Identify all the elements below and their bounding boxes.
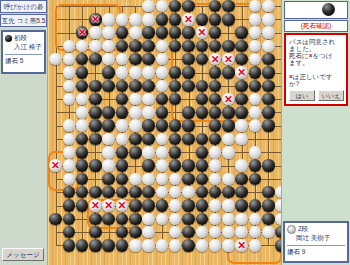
- black-stone[interactable]: [89, 186, 102, 199]
- white-stone[interactable]: [249, 146, 262, 159]
- white-stone[interactable]: [169, 239, 182, 252]
- white-stone[interactable]: [116, 133, 129, 146]
- white-stone[interactable]: [262, 40, 275, 53]
- white-stone[interactable]: [262, 226, 275, 239]
- white-stone[interactable]: [76, 119, 89, 132]
- black-stone[interactable]: [116, 40, 129, 53]
- yes-button[interactable]: はい: [289, 90, 315, 101]
- black-stone[interactable]: [209, 106, 222, 119]
- black-stone[interactable]: [235, 173, 248, 186]
- white-stone[interactable]: [169, 226, 182, 239]
- white-stone[interactable]: [156, 173, 169, 186]
- black-stone[interactable]: [196, 133, 209, 146]
- black-stone[interactable]: [129, 226, 142, 239]
- black-stone[interactable]: [102, 213, 115, 226]
- dead-stone-x-mark: ✕: [76, 26, 89, 39]
- white-stone[interactable]: [142, 173, 155, 186]
- go-app: ✕✕✕✕✕✕✕✕✕✕✕✕✕ 呼びかけの碁 互先 コミ黒5.5 初段 入江 裕子 …: [0, 0, 350, 265]
- black-stone[interactable]: [129, 199, 142, 212]
- white-stone[interactable]: [169, 173, 182, 186]
- black-stone[interactable]: [222, 66, 235, 79]
- white-stone[interactable]: [156, 66, 169, 79]
- white-stone[interactable]: [142, 66, 155, 79]
- white-stone[interactable]: [209, 173, 222, 186]
- black-stone[interactable]: [262, 119, 275, 132]
- white-stone[interactable]: [129, 239, 142, 252]
- black-stone[interactable]: [129, 133, 142, 146]
- black-stone[interactable]: [89, 106, 102, 119]
- dead-stone-x-mark: ✕: [102, 199, 115, 212]
- white-stone[interactable]: [116, 66, 129, 79]
- black-stone[interactable]: [102, 119, 115, 132]
- black-stone[interactable]: [222, 13, 235, 26]
- black-stone[interactable]: [89, 93, 102, 106]
- black-stone[interactable]: [129, 40, 142, 53]
- white-stone[interactable]: [222, 239, 235, 252]
- black-stone[interactable]: [169, 133, 182, 146]
- dead-stone-x-mark: ✕: [89, 199, 102, 212]
- white-stone[interactable]: [129, 66, 142, 79]
- white-stone[interactable]: [142, 0, 155, 12]
- white-stone[interactable]: [222, 226, 235, 239]
- black-stone[interactable]: [89, 239, 102, 252]
- white-stone[interactable]: [156, 133, 169, 146]
- black-stone[interactable]: ✕: [76, 26, 89, 39]
- white-stone[interactable]: [222, 199, 235, 212]
- white-player-name: 岡辻 美樹子: [287, 233, 345, 242]
- black-stone[interactable]: [222, 106, 235, 119]
- black-stone[interactable]: [196, 213, 209, 226]
- white-stone[interactable]: [142, 93, 155, 106]
- white-stone[interactable]: [249, 13, 262, 26]
- status-label: (死石確認): [284, 20, 348, 32]
- white-stone[interactable]: [209, 199, 222, 212]
- black-stone[interactable]: [142, 186, 155, 199]
- white-stone[interactable]: [156, 159, 169, 172]
- white-stone[interactable]: [156, 239, 169, 252]
- white-stone[interactable]: [102, 53, 115, 66]
- white-stone[interactable]: [235, 213, 248, 226]
- black-stone[interactable]: [249, 80, 262, 93]
- dead-stone-dialog: パスは同意されました。死石に×をつけます。×は正しいですか? はい いいえ: [284, 33, 348, 106]
- black-stone[interactable]: [156, 106, 169, 119]
- black-stone[interactable]: [63, 226, 76, 239]
- black-stone[interactable]: [116, 146, 129, 159]
- black-stone[interactable]: [182, 213, 195, 226]
- black-stone[interactable]: [142, 40, 155, 53]
- white-stone[interactable]: [249, 119, 262, 132]
- black-stone[interactable]: [262, 93, 275, 106]
- black-stone[interactable]: [196, 146, 209, 159]
- white-stone[interactable]: [102, 40, 115, 53]
- white-stone[interactable]: [249, 40, 262, 53]
- black-stone[interactable]: [196, 106, 209, 119]
- white-stone[interactable]: [129, 119, 142, 132]
- white-stone[interactable]: [182, 186, 195, 199]
- black-stone[interactable]: [156, 26, 169, 39]
- white-stone[interactable]: [209, 159, 222, 172]
- black-stone[interactable]: [63, 239, 76, 252]
- black-stone-icon: [322, 3, 335, 16]
- white-stone[interactable]: [89, 40, 102, 53]
- black-stone[interactable]: [235, 199, 248, 212]
- black-player-name: 入江 裕子: [5, 42, 42, 51]
- black-stone[interactable]: [169, 119, 182, 132]
- black-stone[interactable]: [89, 119, 102, 132]
- white-stone[interactable]: ✕: [222, 53, 235, 66]
- white-stone[interactable]: [156, 186, 169, 199]
- white-stone[interactable]: [102, 159, 115, 172]
- white-stone[interactable]: [63, 93, 76, 106]
- white-stone[interactable]: [249, 0, 262, 12]
- black-stone[interactable]: [89, 80, 102, 93]
- black-player-box: 初段 入江 裕子 揚石 5: [1, 30, 46, 74]
- black-stone[interactable]: [116, 226, 129, 239]
- black-stone[interactable]: [142, 119, 155, 132]
- white-stone[interactable]: ✕: [182, 13, 195, 26]
- black-stone[interactable]: [129, 80, 142, 93]
- black-stone[interactable]: [76, 66, 89, 79]
- black-stone[interactable]: [222, 186, 235, 199]
- dead-stone-x-mark: ✕: [89, 13, 102, 26]
- game-rules: 互先 コミ黒5.5: [0, 14, 47, 27]
- right-panel: (死石確認) パスは同意されました。死石に×をつけます。×は正しいですか? はい…: [281, 0, 350, 265]
- black-stone[interactable]: [235, 26, 248, 39]
- black-stone[interactable]: [249, 173, 262, 186]
- white-stone[interactable]: [249, 93, 262, 106]
- white-stone[interactable]: [89, 26, 102, 39]
- white-stone[interactable]: [209, 146, 222, 159]
- black-stone[interactable]: [262, 53, 275, 66]
- white-stone[interactable]: [156, 40, 169, 53]
- white-stone[interactable]: [63, 53, 76, 66]
- black-stone[interactable]: [156, 13, 169, 26]
- white-stone[interactable]: [156, 53, 169, 66]
- dead-stone-x-mark: ✕: [116, 199, 129, 212]
- black-stone[interactable]: [76, 146, 89, 159]
- black-stone[interactable]: [76, 199, 89, 212]
- black-stone[interactable]: [129, 186, 142, 199]
- black-stone[interactable]: [76, 239, 89, 252]
- dead-stone-x-mark: ✕: [196, 26, 209, 39]
- white-stone[interactable]: [169, 186, 182, 199]
- dialog-text: パスは同意されました。死石に×をつけます。×は正しいですか?: [289, 38, 344, 87]
- black-stone[interactable]: [209, 13, 222, 26]
- black-stone[interactable]: [182, 66, 195, 79]
- black-stone[interactable]: [209, 66, 222, 79]
- no-button[interactable]: いいえ: [318, 90, 344, 101]
- black-stone[interactable]: [182, 119, 195, 132]
- black-stone[interactable]: [182, 106, 195, 119]
- white-stone[interactable]: ✕: [235, 239, 248, 252]
- white-stone[interactable]: [116, 53, 129, 66]
- dead-stone-x-mark: ✕: [49, 159, 62, 172]
- white-player-box: 2段 岡辻 美樹子 揚石 9: [283, 221, 349, 263]
- white-stone[interactable]: [142, 213, 155, 226]
- black-stone[interactable]: [169, 146, 182, 159]
- black-stone[interactable]: [249, 159, 262, 172]
- white-stone[interactable]: [169, 199, 182, 212]
- black-stone[interactable]: [182, 239, 195, 252]
- white-stone[interactable]: [209, 213, 222, 226]
- black-stone[interactable]: [116, 173, 129, 186]
- black-stone[interactable]: [262, 66, 275, 79]
- black-stone[interactable]: [76, 186, 89, 199]
- black-stone[interactable]: [76, 133, 89, 146]
- black-stone[interactable]: [169, 159, 182, 172]
- white-stone[interactable]: [235, 159, 248, 172]
- black-stone[interactable]: [129, 53, 142, 66]
- black-stone[interactable]: [182, 226, 195, 239]
- black-stone[interactable]: [262, 199, 275, 212]
- white-stone[interactable]: [262, 0, 275, 12]
- white-stone[interactable]: [49, 53, 62, 66]
- black-stone[interactable]: [222, 40, 235, 53]
- black-stone[interactable]: [63, 186, 76, 199]
- dead-stone-x-mark: ✕: [222, 53, 235, 66]
- black-stone[interactable]: [89, 213, 102, 226]
- black-stone[interactable]: [182, 199, 195, 212]
- black-stone[interactable]: [116, 186, 129, 199]
- white-stone[interactable]: [222, 173, 235, 186]
- black-stone[interactable]: [76, 53, 89, 66]
- black-stone[interactable]: [142, 26, 155, 39]
- white-stone[interactable]: ✕: [102, 199, 115, 212]
- black-stone[interactable]: [235, 80, 248, 93]
- dead-stone-x-mark: ✕: [235, 239, 248, 252]
- white-stone[interactable]: [196, 239, 209, 252]
- white-stone[interactable]: [196, 226, 209, 239]
- black-stone[interactable]: [196, 13, 209, 26]
- white-stone[interactable]: [262, 13, 275, 26]
- white-stone[interactable]: [156, 80, 169, 93]
- dead-stone-x-mark: ✕: [209, 53, 222, 66]
- black-stone[interactable]: [76, 159, 89, 172]
- black-stone[interactable]: [196, 159, 209, 172]
- black-stone[interactable]: [222, 119, 235, 132]
- white-stone[interactable]: [142, 146, 155, 159]
- red-x-glyph: ×: [289, 73, 293, 80]
- black-stone[interactable]: [196, 80, 209, 93]
- black-stone[interactable]: [235, 186, 248, 199]
- black-stone[interactable]: [182, 159, 195, 172]
- black-stone[interactable]: [235, 40, 248, 53]
- white-stone[interactable]: [63, 146, 76, 159]
- white-stone[interactable]: [156, 146, 169, 159]
- white-stone[interactable]: [102, 13, 115, 26]
- white-stone[interactable]: [222, 133, 235, 146]
- black-stone[interactable]: [76, 80, 89, 93]
- white-stone[interactable]: ✕: [89, 199, 102, 212]
- white-stone[interactable]: ✕: [222, 93, 235, 106]
- black-stone[interactable]: [76, 173, 89, 186]
- white-stone[interactable]: [222, 213, 235, 226]
- dead-stone-x-mark: ✕: [182, 13, 195, 26]
- white-stone[interactable]: [102, 146, 115, 159]
- black-stone[interactable]: [156, 93, 169, 106]
- white-stone[interactable]: [222, 146, 235, 159]
- white-stone[interactable]: [102, 26, 115, 39]
- divider: [287, 245, 345, 246]
- black-stone[interactable]: [209, 119, 222, 132]
- black-stone[interactable]: [102, 186, 115, 199]
- game-title: 呼びかけの碁: [0, 0, 47, 13]
- black-stone[interactable]: [89, 133, 102, 146]
- black-stone[interactable]: [116, 26, 129, 39]
- white-stone[interactable]: [63, 66, 76, 79]
- black-stone[interactable]: [116, 80, 129, 93]
- black-stone[interactable]: [262, 186, 275, 199]
- black-stone[interactable]: [196, 199, 209, 212]
- white-stone[interactable]: ✕: [116, 199, 129, 212]
- black-stone[interactable]: [182, 40, 195, 53]
- white-stone[interactable]: [102, 133, 115, 146]
- black-stone[interactable]: [89, 226, 102, 239]
- black-stone[interactable]: [63, 199, 76, 212]
- black-stone[interactable]: ✕: [89, 13, 102, 26]
- black-stone[interactable]: [156, 119, 169, 132]
- white-stone[interactable]: [249, 213, 262, 226]
- white-captures-count: 9: [302, 248, 306, 255]
- black-stone[interactable]: [63, 213, 76, 226]
- white-stone[interactable]: [116, 13, 129, 26]
- black-stone[interactable]: [142, 133, 155, 146]
- black-stone[interactable]: [262, 106, 275, 119]
- white-stone[interactable]: [129, 93, 142, 106]
- black-stone[interactable]: [196, 173, 209, 186]
- black-stone[interactable]: [129, 213, 142, 226]
- white-stone[interactable]: [249, 106, 262, 119]
- red-x-glyph: ×: [309, 52, 313, 59]
- white-stone[interactable]: [63, 133, 76, 146]
- black-stone[interactable]: [142, 53, 155, 66]
- black-stone[interactable]: [89, 53, 102, 66]
- black-captures-label: 揚石: [5, 57, 18, 64]
- black-captures-count: 5: [20, 57, 24, 64]
- white-stone[interactable]: [249, 53, 262, 66]
- turn-indicator: [284, 1, 348, 19]
- message-button[interactable]: メッセージ: [2, 248, 44, 261]
- black-stone[interactable]: [182, 0, 195, 12]
- black-stone[interactable]: [89, 159, 102, 172]
- black-stone[interactable]: [235, 106, 248, 119]
- black-stone[interactable]: [102, 173, 115, 186]
- black-stone[interactable]: [142, 159, 155, 172]
- white-stone[interactable]: [156, 0, 169, 12]
- white-stone[interactable]: [129, 173, 142, 186]
- black-stone[interactable]: [182, 80, 195, 93]
- white-stone[interactable]: [76, 106, 89, 119]
- white-stone[interactable]: [209, 226, 222, 239]
- black-stone[interactable]: [116, 239, 129, 252]
- white-stone[interactable]: ✕: [235, 66, 248, 79]
- white-stone[interactable]: [63, 159, 76, 172]
- black-stone[interactable]: [262, 213, 275, 226]
- white-stone[interactable]: [142, 13, 155, 26]
- black-stone[interactable]: [129, 146, 142, 159]
- white-stone[interactable]: [235, 133, 248, 146]
- white-stone-icon: [287, 225, 296, 234]
- black-stone[interactable]: [262, 80, 275, 93]
- black-stone[interactable]: [49, 213, 62, 226]
- white-stone[interactable]: [142, 239, 155, 252]
- white-stone[interactable]: [63, 80, 76, 93]
- black-stone[interactable]: [142, 80, 155, 93]
- black-stone[interactable]: [102, 106, 115, 119]
- white-stone[interactable]: [129, 13, 142, 26]
- white-stone[interactable]: [63, 119, 76, 132]
- black-stone-icon: [5, 35, 12, 42]
- dead-stone-x-mark: ✕: [235, 66, 248, 79]
- black-stone[interactable]: [222, 0, 235, 12]
- white-stone[interactable]: [116, 119, 129, 132]
- white-stone[interactable]: ✕: [196, 26, 209, 39]
- white-stone[interactable]: [129, 26, 142, 39]
- white-stone[interactable]: ✕: [49, 159, 62, 172]
- white-captures-label: 揚石: [287, 248, 300, 255]
- black-stone[interactable]: [102, 239, 115, 252]
- white-stone[interactable]: [129, 106, 142, 119]
- divider: [5, 54, 42, 55]
- black-stone[interactable]: [169, 13, 182, 26]
- white-stone[interactable]: [142, 226, 155, 239]
- black-stone[interactable]: [209, 133, 222, 146]
- black-stone[interactable]: [102, 80, 115, 93]
- white-stone[interactable]: [142, 106, 155, 119]
- left-panel: 呼びかけの碁 互先 コミ黒5.5 初段 入江 裕子 揚石 5 メッセージ: [0, 0, 48, 265]
- black-stone[interactable]: [209, 186, 222, 199]
- black-stone[interactable]: [156, 199, 169, 212]
- white-stone[interactable]: [76, 93, 89, 106]
- black-stone[interactable]: [116, 159, 129, 172]
- white-stone[interactable]: [249, 26, 262, 39]
- white-stone[interactable]: [156, 213, 169, 226]
- black-stone[interactable]: [182, 173, 195, 186]
- white-stone[interactable]: [249, 239, 262, 252]
- black-stone[interactable]: [116, 93, 129, 106]
- white-stone[interactable]: [262, 26, 275, 39]
- black-stone[interactable]: [196, 186, 209, 199]
- white-stone[interactable]: [209, 239, 222, 252]
- black-stone[interactable]: [182, 133, 195, 146]
- white-stone[interactable]: [169, 213, 182, 226]
- black-stone[interactable]: [102, 66, 115, 79]
- white-stone[interactable]: ✕: [209, 53, 222, 66]
- black-stone[interactable]: [262, 159, 275, 172]
- black-stone[interactable]: [182, 26, 195, 39]
- black-stone[interactable]: [116, 106, 129, 119]
- white-stone[interactable]: [235, 119, 248, 132]
- black-stone[interactable]: [249, 199, 262, 212]
- black-stone[interactable]: [249, 66, 262, 79]
- dead-stone-x-mark: ✕: [222, 93, 235, 106]
- black-stone[interactable]: [142, 199, 155, 212]
- dialog-buttons: はい いいえ: [289, 90, 344, 101]
